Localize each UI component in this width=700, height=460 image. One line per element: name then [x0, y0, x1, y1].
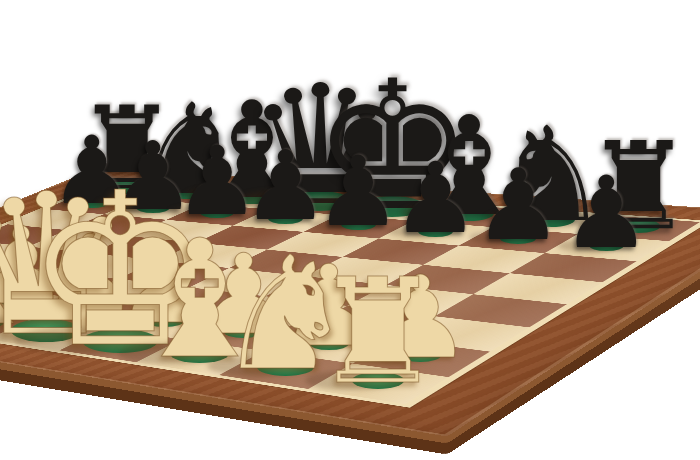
black-pawn-glyph: ♟ [562, 163, 651, 262]
black-pawn-glyph: ♟ [474, 156, 562, 254]
white-rook-glyph: ♜ [313, 259, 443, 404]
pieces-layer: ♜♞♝♛♟♟♚♟♝♟♞♟♜♟♟♟♟♟♟♜♟♞♟♝♟♛♚♟♝♟♞♜ [0, 0, 700, 460]
black-pawn-glyph: ♟ [392, 150, 479, 248]
chess-set-photo: ♜♞♝♛♟♟♚♟♝♟♞♟♜♟♟♟♟♟♟♜♟♞♟♝♟♛♚♟♝♟♞♜ [0, 0, 700, 460]
